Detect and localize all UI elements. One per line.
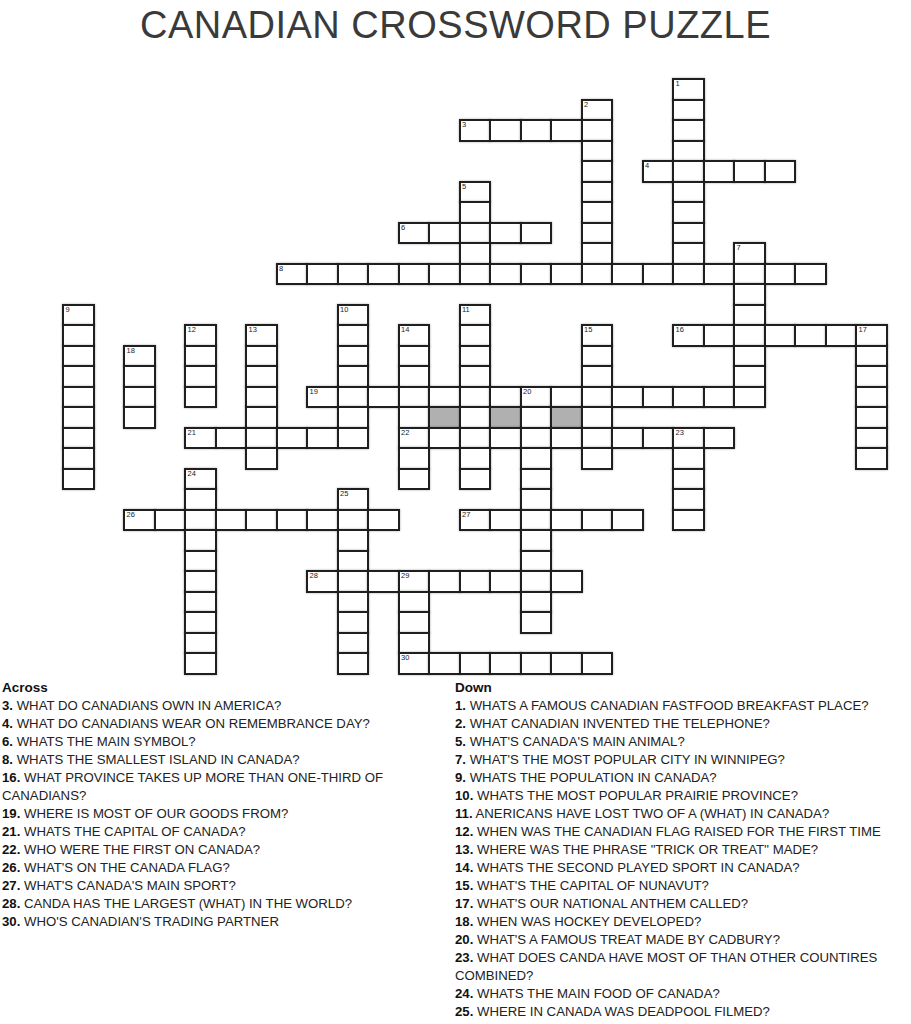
grid-cell-r11c13[interactable]: 11: [459, 304, 492, 327]
clue-down-15: 15. WHAT'S THE CAPITAL OF NUNAVUT?: [455, 877, 902, 895]
grid-cell-r17c26[interactable]: [855, 427, 888, 450]
grid-cell-r9c19[interactable]: [642, 263, 675, 286]
grid-cell-r21c18[interactable]: [611, 509, 644, 532]
clue-down-10: 10. WHATS THE MOST POPULAR PRAIRIE PROVI…: [455, 787, 902, 805]
grid-cell-r9c17[interactable]: [581, 263, 614, 286]
grid-cell-r12c25[interactable]: [825, 324, 858, 347]
grid-cell-r19c15[interactable]: [520, 468, 553, 491]
grid-cell-r9c23[interactable]: [764, 263, 797, 286]
grid-cell-r28c17[interactable]: [581, 652, 614, 675]
clue-down-11: 11. ANERICANS HAVE LOST TWO OF A (WHAT) …: [455, 805, 902, 823]
grid-cell-r8c20[interactable]: [672, 242, 705, 265]
cell-number-5: 5: [462, 183, 466, 191]
grid-cell-r5c13[interactable]: 5: [459, 181, 492, 204]
grid-cell-r12c17[interactable]: 15: [581, 324, 614, 347]
grid-cell-r13c13[interactable]: [459, 345, 492, 368]
grid-cell-r7c13[interactable]: [459, 222, 492, 245]
cell-number-22: 22: [401, 429, 409, 437]
grid-cell-r2c17[interactable]: [581, 119, 614, 142]
clue-down-13: 13. WHERE WAS THE PHRASE "TRICK OR TREAT…: [455, 841, 902, 859]
grid-cell-r0c20[interactable]: 1: [672, 78, 705, 101]
clue-down-24: 24. WHATS THE MAIN FOOD OF CANADA?: [455, 985, 902, 1003]
grid-cell-r18c6[interactable]: [245, 447, 278, 470]
cell-number-25: 25: [340, 490, 348, 498]
grid-cell-r15c17[interactable]: [581, 386, 614, 409]
clue-down-14: 14. WHATS THE SECOND PLAYED SPORT IN CAN…: [455, 859, 902, 877]
grid-cell-r14c11[interactable]: [398, 365, 431, 388]
grid-cell-r26c11[interactable]: [398, 611, 431, 634]
grid-cell-r13c2[interactable]: 18: [123, 345, 156, 368]
grid-cell-r21c3[interactable]: [154, 509, 187, 532]
clue-across-21: 21. WHATS THE CAPITAL OF CANADA?: [2, 823, 394, 841]
grid-cell-r28c11[interactable]: 30: [398, 652, 431, 675]
grid-cell-r18c0[interactable]: [62, 447, 95, 470]
grid-cell-r25c15[interactable]: [520, 591, 553, 614]
clue-across-26: 26. WHAT'S ON THE CANADA FLAG?: [2, 859, 394, 877]
cell-number-10: 10: [340, 306, 348, 314]
grid-cell-r7c12[interactable]: [428, 222, 461, 245]
grid-cell-r9c13[interactable]: [459, 263, 492, 286]
cell-number-12: 12: [188, 326, 196, 334]
grid-cell-r25c11[interactable]: [398, 591, 431, 614]
grid-cell-r2c16[interactable]: [550, 119, 583, 142]
grid-cell-r12c22[interactable]: [733, 324, 766, 347]
clue-across-30: 30. WHO'S CANADIAN'S TRADING PARTNER: [2, 913, 394, 931]
grid-cell-r11c22[interactable]: [733, 304, 766, 327]
grid-cell-r14c6[interactable]: [245, 365, 278, 388]
clue-down-5: 5. WHAT'S CANADA'S MAIN ANIMAL?: [455, 733, 902, 751]
clue-down-7: 7. WHAT'S THE MOST POPULAR CITY IN WINNI…: [455, 751, 902, 769]
cell-number-11: 11: [462, 306, 470, 314]
down-clues-list: Down 1. WHATS A FAMOUS CANADIAN FASTFOOD…: [455, 679, 902, 1024]
grid-cell-r21c16[interactable]: [550, 509, 583, 532]
grid-cell-r8c13[interactable]: [459, 242, 492, 265]
grid-cell-r15c4[interactable]: [184, 386, 217, 409]
grid-cell-r21c20[interactable]: [672, 509, 705, 532]
grid-cell-r6c13[interactable]: [459, 201, 492, 224]
clue-down-17: 17. WHAT'S OUR NATIONAL ANTHEM CALLED?: [455, 895, 902, 913]
grid-cell-r12c4[interactable]: 12: [184, 324, 217, 347]
cell-number-14: 14: [401, 326, 409, 334]
grid-cell-r9c18[interactable]: [611, 263, 644, 286]
clue-across-3: 3. WHAT DO CANADIANS OWN IN AMERICA?: [2, 697, 394, 715]
grid-cell-r9c11[interactable]: [398, 263, 431, 286]
grid-cell-r14c9[interactable]: [337, 365, 370, 388]
grid-cell-r22c4[interactable]: [184, 529, 217, 552]
grid-cell-r21c5[interactable]: [215, 509, 248, 532]
grid-cell-r4c23[interactable]: [764, 160, 797, 183]
grid-cell-r9c22[interactable]: [733, 263, 766, 286]
cell-number-6: 6: [401, 224, 405, 232]
grid-cell-r5c20[interactable]: [672, 181, 705, 204]
grid-cell-r15c8[interactable]: 19: [306, 386, 339, 409]
grid-cell-r17c9[interactable]: [337, 427, 370, 450]
grid-cell-r15c13[interactable]: [459, 386, 492, 409]
grid-cell-r17c12[interactable]: [428, 427, 461, 450]
grid-cell-r27c4[interactable]: [184, 632, 217, 655]
grid-cell-r6c20[interactable]: [672, 201, 705, 224]
grid-cell-r7c11[interactable]: 6: [398, 222, 431, 245]
grid-cell-r9c9[interactable]: [337, 263, 370, 286]
clue-down-2: 2. WHAT CANADIAN INVENTED THE TELEPHONE?: [455, 715, 902, 733]
grid-cell-r19c4[interactable]: 24: [184, 468, 217, 491]
cell-number-28: 28: [310, 572, 318, 580]
grid-cell-r19c20[interactable]: [672, 468, 705, 491]
grid-cell-r12c26[interactable]: 17: [855, 324, 888, 347]
grid-cell-r24c15[interactable]: [520, 570, 553, 593]
grid-cell-r8c17[interactable]: [581, 242, 614, 265]
grid-cell-r9c15[interactable]: [520, 263, 553, 286]
grid-cell-r4c21[interactable]: [703, 160, 736, 183]
grid-cell-r20c20[interactable]: [672, 488, 705, 511]
grid-cell-r14c0[interactable]: [62, 365, 95, 388]
grid-cell-r18c13[interactable]: [459, 447, 492, 470]
shaded-cell-r16c14: [489, 406, 522, 429]
grid-cell-r12c23[interactable]: [764, 324, 797, 347]
across-clues-list: Across 3. WHAT DO CANADIANS OWN IN AMERI…: [2, 679, 394, 931]
grid-cell-r16c0[interactable]: [62, 406, 95, 429]
crossword-grid: 1234567891011121314151617181920212223242…: [62, 78, 890, 676]
grid-cell-r15c26[interactable]: [855, 386, 888, 409]
grid-cell-r21c6[interactable]: [245, 509, 278, 532]
grid-cell-r22c15[interactable]: [520, 529, 553, 552]
cell-number-16: 16: [676, 326, 684, 334]
cell-number-15: 15: [584, 326, 592, 334]
grid-cell-r20c9[interactable]: 25: [337, 488, 370, 511]
grid-cell-r12c20[interactable]: 16: [672, 324, 705, 347]
grid-cell-r24c4[interactable]: [184, 570, 217, 593]
grid-cell-r17c6[interactable]: [245, 427, 278, 450]
cell-number-2: 2: [584, 101, 588, 109]
grid-cell-r17c7[interactable]: [276, 427, 309, 450]
grid-cell-r21c7[interactable]: [276, 509, 309, 532]
grid-cell-r17c8[interactable]: [306, 427, 339, 450]
grid-cell-r24c11[interactable]: 29: [398, 570, 431, 593]
grid-cell-r25c9[interactable]: [337, 591, 370, 614]
shaded-cell-r16c16: [550, 406, 583, 429]
grid-cell-r15c14[interactable]: [489, 386, 522, 409]
grid-cell-r15c16[interactable]: [550, 386, 583, 409]
grid-cell-r3c17[interactable]: [581, 140, 614, 163]
grid-cell-r11c0[interactable]: 9: [62, 304, 95, 327]
clue-across-6: 6. WHATS THE MAIN SYMBOL?: [2, 733, 394, 751]
grid-cell-r27c11[interactable]: [398, 632, 431, 655]
grid-cell-r14c13[interactable]: [459, 365, 492, 388]
clue-down-1: 1. WHATS A FAMOUS CANADIAN FASTFOOD BREA…: [455, 697, 902, 715]
grid-cell-r23c15[interactable]: [520, 550, 553, 573]
grid-cell-r18c20[interactable]: [672, 447, 705, 470]
grid-cell-r28c9[interactable]: [337, 652, 370, 675]
grid-cell-r17c5[interactable]: [215, 427, 248, 450]
cell-number-23: 23: [676, 429, 684, 437]
grid-cell-r9c10[interactable]: [367, 263, 400, 286]
grid-cell-r13c26[interactable]: [855, 345, 888, 368]
clue-down-25: 25. WHERE IN CANADA WAS DEADPOOL FILMED?: [455, 1003, 902, 1021]
grid-cell-r15c12[interactable]: [428, 386, 461, 409]
clue-down-18: 18. WHEN WAS HOCKEY DEVELOPED?: [455, 913, 902, 931]
grid-cell-r20c4[interactable]: [184, 488, 217, 511]
grid-cell-r27c9[interactable]: [337, 632, 370, 655]
grid-cell-r24c16[interactable]: [550, 570, 583, 593]
grid-cell-r9c16[interactable]: [550, 263, 583, 286]
across-header: Across: [2, 679, 394, 697]
clue-down-12: 12. WHEN WAS THE CANADIAN FLAG RAISED FO…: [455, 823, 902, 841]
grid-cell-r9c24[interactable]: [794, 263, 827, 286]
clue-across-27: 27. WHAT'S CANADA'S MAIN SPORT?: [2, 877, 394, 895]
grid-cell-r15c15[interactable]: 20: [520, 386, 553, 409]
grid-cell-r4c22[interactable]: [733, 160, 766, 183]
grid-cell-r1c20[interactable]: [672, 99, 705, 122]
page-title: CANADIAN CROSSWORD PUZZLE: [0, 4, 911, 47]
grid-cell-r25c4[interactable]: [184, 591, 217, 614]
clue-across-8: 8. WHATS THE SMALLEST ISLAND IN CANADA?: [2, 751, 394, 769]
grid-cell-r8c22[interactable]: 7: [733, 242, 766, 265]
grid-cell-r26c15[interactable]: [520, 611, 553, 634]
grid-cell-r9c20[interactable]: [672, 263, 705, 286]
grid-cell-r12c13[interactable]: [459, 324, 492, 347]
grid-cell-r9c8[interactable]: [306, 263, 339, 286]
grid-cell-r13c6[interactable]: [245, 345, 278, 368]
grid-cell-r17c16[interactable]: [550, 427, 583, 450]
grid-cell-r15c9[interactable]: [337, 386, 370, 409]
grid-cell-r15c19[interactable]: [642, 386, 675, 409]
cell-number-26: 26: [127, 511, 135, 519]
grid-cell-r14c4[interactable]: [184, 365, 217, 388]
clue-across-28: 28. CANDA HAS THE LARGEST (WHAT) IN THE …: [2, 895, 394, 913]
grid-cell-r13c11[interactable]: [398, 345, 431, 368]
grid-cell-r14c2[interactable]: [123, 365, 156, 388]
grid-cell-r21c10[interactable]: [367, 509, 400, 532]
grid-cell-r16c26[interactable]: [855, 406, 888, 429]
grid-cell-r17c11[interactable]: 22: [398, 427, 431, 450]
grid-cell-r21c15[interactable]: [520, 509, 553, 532]
grid-cell-r15c10[interactable]: [367, 386, 400, 409]
grid-cell-r23c9[interactable]: [337, 550, 370, 573]
grid-cell-r4c20[interactable]: [672, 160, 705, 183]
grid-cell-r21c13[interactable]: 27: [459, 509, 492, 532]
grid-cell-r16c6[interactable]: [245, 406, 278, 429]
grid-cell-r24c10[interactable]: [367, 570, 400, 593]
cell-number-24: 24: [188, 470, 196, 478]
grid-cell-r19c0[interactable]: [62, 468, 95, 491]
shaded-cell-r16c12: [428, 406, 461, 429]
clue-across-4: 4. WHAT DO CANADIANS WEAR ON REMEMBRANCE…: [2, 715, 394, 733]
grid-cell-r7c15[interactable]: [520, 222, 553, 245]
grid-cell-r9c7[interactable]: 8: [276, 263, 309, 286]
grid-cell-r15c20[interactable]: [672, 386, 705, 409]
grid-cell-r23c4[interactable]: [184, 550, 217, 573]
grid-cell-r16c13[interactable]: [459, 406, 492, 429]
cell-number-8: 8: [279, 265, 283, 273]
grid-cell-r7c20[interactable]: [672, 222, 705, 245]
grid-cell-r12c0[interactable]: [62, 324, 95, 347]
grid-cell-r17c21[interactable]: [703, 427, 736, 450]
grid-cell-r2c13[interactable]: 3: [459, 119, 492, 142]
clue-across-16: 16. WHAT PROVINCE TAKES UP MORE THAN ONE…: [2, 769, 394, 805]
cell-number-1: 1: [676, 80, 680, 88]
grid-cell-r7c14[interactable]: [489, 222, 522, 245]
cell-number-27: 27: [462, 511, 470, 519]
grid-cell-r17c19[interactable]: [642, 427, 675, 450]
clue-across-22: 22. WHO WERE THE FIRST ON CANADA?: [2, 841, 394, 859]
grid-cell-r17c17[interactable]: [581, 427, 614, 450]
grid-cell-r1c17[interactable]: 2: [581, 99, 614, 122]
down-header: Down: [455, 679, 902, 697]
grid-cell-r13c0[interactable]: [62, 345, 95, 368]
grid-cell-r9c12[interactable]: [428, 263, 461, 286]
grid-cell-r17c0[interactable]: [62, 427, 95, 450]
cell-number-20: 20: [523, 388, 531, 396]
grid-cell-r24c13[interactable]: [459, 570, 492, 593]
grid-cell-r16c15[interactable]: [520, 406, 553, 429]
clue-across-19: 19. WHERE IS MOST OF OUR GOODS FROM?: [2, 805, 394, 823]
grid-cell-r12c9[interactable]: [337, 324, 370, 347]
grid-cell-r28c15[interactable]: [520, 652, 553, 675]
grid-cell-r15c21[interactable]: [703, 386, 736, 409]
grid-cell-r28c14[interactable]: [489, 652, 522, 675]
cell-number-9: 9: [66, 306, 70, 314]
grid-cell-r11c9[interactable]: 10: [337, 304, 370, 327]
grid-cell-r13c22[interactable]: [733, 345, 766, 368]
grid-cell-r26c9[interactable]: [337, 611, 370, 634]
grid-cell-r16c2[interactable]: [123, 406, 156, 429]
grid-cell-r28c13[interactable]: [459, 652, 492, 675]
grid-cell-r24c9[interactable]: [337, 570, 370, 593]
grid-cell-r7c17[interactable]: [581, 222, 614, 245]
grid-cell-r17c13[interactable]: [459, 427, 492, 450]
grid-cell-r2c20[interactable]: [672, 119, 705, 142]
grid-cell-r21c4[interactable]: [184, 509, 217, 532]
grid-cell-r21c14[interactable]: [489, 509, 522, 532]
grid-cell-r15c0[interactable]: [62, 386, 95, 409]
grid-cell-r15c6[interactable]: [245, 386, 278, 409]
grid-cell-r12c24[interactable]: [794, 324, 827, 347]
grid-cell-r2c14[interactable]: [489, 119, 522, 142]
cell-number-19: 19: [310, 388, 318, 396]
grid-cell-r13c17[interactable]: [581, 345, 614, 368]
cell-number-29: 29: [401, 572, 409, 580]
grid-cell-r6c17[interactable]: [581, 201, 614, 224]
grid-cell-r18c17[interactable]: [581, 447, 614, 470]
grid-cell-r18c15[interactable]: [520, 447, 553, 470]
grid-cell-r28c4[interactable]: [184, 652, 217, 675]
grid-cell-r14c17[interactable]: [581, 365, 614, 388]
grid-cell-r3c20[interactable]: [672, 140, 705, 163]
cell-number-21: 21: [188, 429, 196, 437]
grid-cell-r15c22[interactable]: [733, 386, 766, 409]
grid-cell-r12c11[interactable]: 14: [398, 324, 431, 347]
grid-cell-r4c19[interactable]: 4: [642, 160, 675, 183]
grid-cell-r10c22[interactable]: [733, 283, 766, 306]
cell-number-18: 18: [127, 347, 135, 355]
clue-down-23: 23. WHAT DOES CANDA HAVE MOST OF THAN OT…: [455, 949, 902, 985]
grid-cell-r17c4[interactable]: 21: [184, 427, 217, 450]
cell-number-13: 13: [249, 326, 257, 334]
grid-cell-r17c18[interactable]: [611, 427, 644, 450]
grid-cell-r17c15[interactable]: [520, 427, 553, 450]
grid-cell-r21c9[interactable]: [337, 509, 370, 532]
grid-cell-r22c9[interactable]: [337, 529, 370, 552]
grid-cell-r24c8[interactable]: 28: [306, 570, 339, 593]
cell-number-4: 4: [645, 162, 649, 170]
clue-down-9: 9. WHATS THE POPULATION IN CANADA?: [455, 769, 902, 787]
grid-cell-r24c14[interactable]: [489, 570, 522, 593]
grid-cell-r16c9[interactable]: [337, 406, 370, 429]
cell-number-17: 17: [859, 326, 867, 334]
grid-cell-r28c16[interactable]: [550, 652, 583, 675]
grid-cell-r13c9[interactable]: [337, 345, 370, 368]
grid-cell-r24c12[interactable]: [428, 570, 461, 593]
grid-cell-r20c15[interactable]: [520, 488, 553, 511]
grid-cell-r17c14[interactable]: [489, 427, 522, 450]
grid-cell-r21c17[interactable]: [581, 509, 614, 532]
grid-cell-r19c11[interactable]: [398, 468, 431, 491]
grid-cell-r14c22[interactable]: [733, 365, 766, 388]
grid-cell-r9c14[interactable]: [489, 263, 522, 286]
grid-cell-r12c21[interactable]: [703, 324, 736, 347]
grid-cell-r16c11[interactable]: [398, 406, 431, 429]
cell-number-30: 30: [401, 654, 409, 662]
grid-cell-r12c6[interactable]: 13: [245, 324, 278, 347]
clue-down-20: 20. WHAT'S A FAMOUS TREAT MADE BY CADBUR…: [455, 931, 902, 949]
grid-cell-r15c11[interactable]: [398, 386, 431, 409]
cell-number-7: 7: [737, 244, 741, 252]
grid-cell-r18c26[interactable]: [855, 447, 888, 470]
grid-cell-r21c8[interactable]: [306, 509, 339, 532]
grid-cell-r16c17[interactable]: [581, 406, 614, 429]
grid-cell-r28c12[interactable]: [428, 652, 461, 675]
grid-cell-r18c11[interactable]: [398, 447, 431, 470]
grid-cell-r2c15[interactable]: [520, 119, 553, 142]
grid-cell-r21c2[interactable]: 26: [123, 509, 156, 532]
grid-cell-r19c13[interactable]: [459, 468, 492, 491]
grid-cell-r5c17[interactable]: [581, 181, 614, 204]
grid-cell-r15c2[interactable]: [123, 386, 156, 409]
grid-cell-r15c18[interactable]: [611, 386, 644, 409]
grid-cell-r4c17[interactable]: [581, 160, 614, 183]
grid-cell-r13c4[interactable]: [184, 345, 217, 368]
grid-cell-r26c4[interactable]: [184, 611, 217, 634]
grid-cell-r17c20[interactable]: 23: [672, 427, 705, 450]
grid-cell-r14c26[interactable]: [855, 365, 888, 388]
grid-cell-r9c21[interactable]: [703, 263, 736, 286]
cell-number-3: 3: [462, 121, 466, 129]
